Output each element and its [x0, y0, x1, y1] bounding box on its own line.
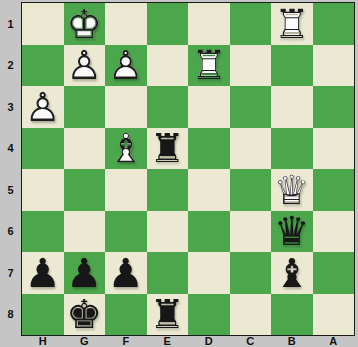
square-e1[interactable]	[147, 3, 189, 45]
white-rook[interactable]: ♜♖	[271, 3, 313, 45]
square-h7[interactable]: ♟	[22, 252, 64, 294]
square-a4[interactable]	[313, 128, 355, 170]
square-d7[interactable]	[188, 252, 230, 294]
black-piece-glyph: ♟	[66, 253, 102, 293]
square-a3[interactable]	[313, 86, 355, 128]
square-h1[interactable]	[22, 3, 64, 45]
black-king[interactable]: ♚	[64, 294, 106, 336]
square-d2[interactable]: ♜♖	[188, 45, 230, 87]
rank-labels: 12345678	[0, 3, 21, 335]
square-b2[interactable]	[271, 45, 313, 87]
square-c8[interactable]	[230, 294, 272, 336]
square-h8[interactable]	[22, 294, 64, 336]
square-c3[interactable]	[230, 86, 272, 128]
square-g7[interactable]: ♟	[64, 252, 106, 294]
square-d5[interactable]	[188, 169, 230, 211]
chess-board: ♚♔♜♖♟♙♟♙♜♖♟♙♝♗♜♛♕♛♟♟♟♝♚♜	[21, 2, 355, 336]
white-bishop[interactable]: ♝♗	[105, 128, 147, 170]
file-label-d: D	[188, 335, 230, 347]
square-h4[interactable]	[22, 128, 64, 170]
black-piece-glyph: ♟	[25, 253, 61, 293]
rank-label-2: 2	[0, 45, 21, 87]
white-king[interactable]: ♚♔	[64, 3, 106, 45]
file-labels: HGFEDCBA	[22, 335, 354, 347]
rank-label-1: 1	[0, 3, 21, 45]
square-g8[interactable]: ♚	[64, 294, 106, 336]
black-pawn[interactable]: ♟	[105, 252, 147, 294]
black-rook[interactable]: ♜	[147, 294, 189, 336]
file-label-e: E	[147, 335, 189, 347]
square-a7[interactable]	[313, 252, 355, 294]
black-rook[interactable]: ♜	[147, 128, 189, 170]
black-piece-glyph: ♝	[274, 253, 310, 293]
square-h6[interactable]	[22, 211, 64, 253]
square-b4[interactable]	[271, 128, 313, 170]
square-a2[interactable]	[313, 45, 355, 87]
square-c1[interactable]	[230, 3, 272, 45]
black-bishop[interactable]: ♝	[271, 252, 313, 294]
square-a1[interactable]	[313, 3, 355, 45]
square-d6[interactable]	[188, 211, 230, 253]
square-b3[interactable]	[271, 86, 313, 128]
square-d4[interactable]	[188, 128, 230, 170]
square-g5[interactable]	[64, 169, 106, 211]
white-queen[interactable]: ♛♕	[271, 169, 313, 211]
black-piece-glyph: ♛	[274, 211, 310, 251]
rank-label-5: 5	[0, 169, 21, 211]
square-h5[interactable]	[22, 169, 64, 211]
square-g2[interactable]: ♟♙	[64, 45, 106, 87]
square-e3[interactable]	[147, 86, 189, 128]
square-e4[interactable]: ♜	[147, 128, 189, 170]
white-pawn[interactable]: ♟♙	[64, 45, 106, 87]
square-f1[interactable]	[105, 3, 147, 45]
white-rook[interactable]: ♜♖	[188, 45, 230, 87]
square-b8[interactable]	[271, 294, 313, 336]
square-f2[interactable]: ♟♙	[105, 45, 147, 87]
square-b7[interactable]: ♝	[271, 252, 313, 294]
square-g4[interactable]	[64, 128, 106, 170]
file-label-f: F	[105, 335, 147, 347]
square-d8[interactable]	[188, 294, 230, 336]
rank-label-3: 3	[0, 86, 21, 128]
white-piece-outline: ♔	[66, 4, 102, 44]
white-piece-outline: ♗	[108, 128, 144, 168]
rank-label-4: 4	[0, 128, 21, 170]
rank-label-8: 8	[0, 294, 21, 336]
white-pawn[interactable]: ♟♙	[22, 86, 64, 128]
white-pawn[interactable]: ♟♙	[105, 45, 147, 87]
square-f8[interactable]	[105, 294, 147, 336]
white-piece-outline: ♖	[274, 4, 310, 44]
square-e8[interactable]: ♜	[147, 294, 189, 336]
square-g3[interactable]	[64, 86, 106, 128]
square-e5[interactable]	[147, 169, 189, 211]
chess-app-window: 12345678 ♚♔♜♖♟♙♟♙♜♖♟♙♝♗♜♛♕♛♟♟♟♝♚♜ HGFEDC…	[0, 0, 358, 347]
square-f4[interactable]: ♝♗	[105, 128, 147, 170]
square-a5[interactable]	[313, 169, 355, 211]
square-b6[interactable]: ♛	[271, 211, 313, 253]
white-piece-outline: ♙	[66, 45, 102, 85]
square-d1[interactable]	[188, 3, 230, 45]
square-e7[interactable]	[147, 252, 189, 294]
file-label-h: H	[22, 335, 64, 347]
white-piece-outline: ♙	[108, 45, 144, 85]
square-c5[interactable]	[230, 169, 272, 211]
square-f3[interactable]	[105, 86, 147, 128]
square-d3[interactable]	[188, 86, 230, 128]
black-piece-glyph: ♚	[66, 294, 102, 334]
square-g1[interactable]: ♚♔	[64, 3, 106, 45]
square-b1[interactable]: ♜♖	[271, 3, 313, 45]
black-pawn[interactable]: ♟	[64, 252, 106, 294]
square-f7[interactable]: ♟	[105, 252, 147, 294]
black-pawn[interactable]: ♟	[22, 252, 64, 294]
white-piece-outline: ♙	[25, 87, 61, 127]
square-c4[interactable]	[230, 128, 272, 170]
square-f6[interactable]	[105, 211, 147, 253]
file-label-b: B	[271, 335, 313, 347]
square-h3[interactable]: ♟♙	[22, 86, 64, 128]
square-h2[interactable]	[22, 45, 64, 87]
square-a8[interactable]	[313, 294, 355, 336]
square-b5[interactable]: ♛♕	[271, 169, 313, 211]
square-c7[interactable]	[230, 252, 272, 294]
black-piece-glyph: ♜	[149, 294, 185, 334]
square-c2[interactable]	[230, 45, 272, 87]
black-queen[interactable]: ♛	[271, 211, 313, 253]
black-piece-glyph: ♟	[108, 253, 144, 293]
file-label-g: G	[64, 335, 106, 347]
square-a6[interactable]	[313, 211, 355, 253]
square-e6[interactable]	[147, 211, 189, 253]
rank-label-6: 6	[0, 211, 21, 253]
file-label-c: C	[230, 335, 272, 347]
square-g6[interactable]	[64, 211, 106, 253]
white-piece-outline: ♕	[274, 170, 310, 210]
rank-label-7: 7	[0, 252, 21, 294]
white-piece-outline: ♖	[191, 45, 227, 85]
square-f5[interactable]	[105, 169, 147, 211]
black-piece-glyph: ♜	[149, 128, 185, 168]
file-label-a: A	[313, 335, 355, 347]
square-e2[interactable]	[147, 45, 189, 87]
square-c6[interactable]	[230, 211, 272, 253]
